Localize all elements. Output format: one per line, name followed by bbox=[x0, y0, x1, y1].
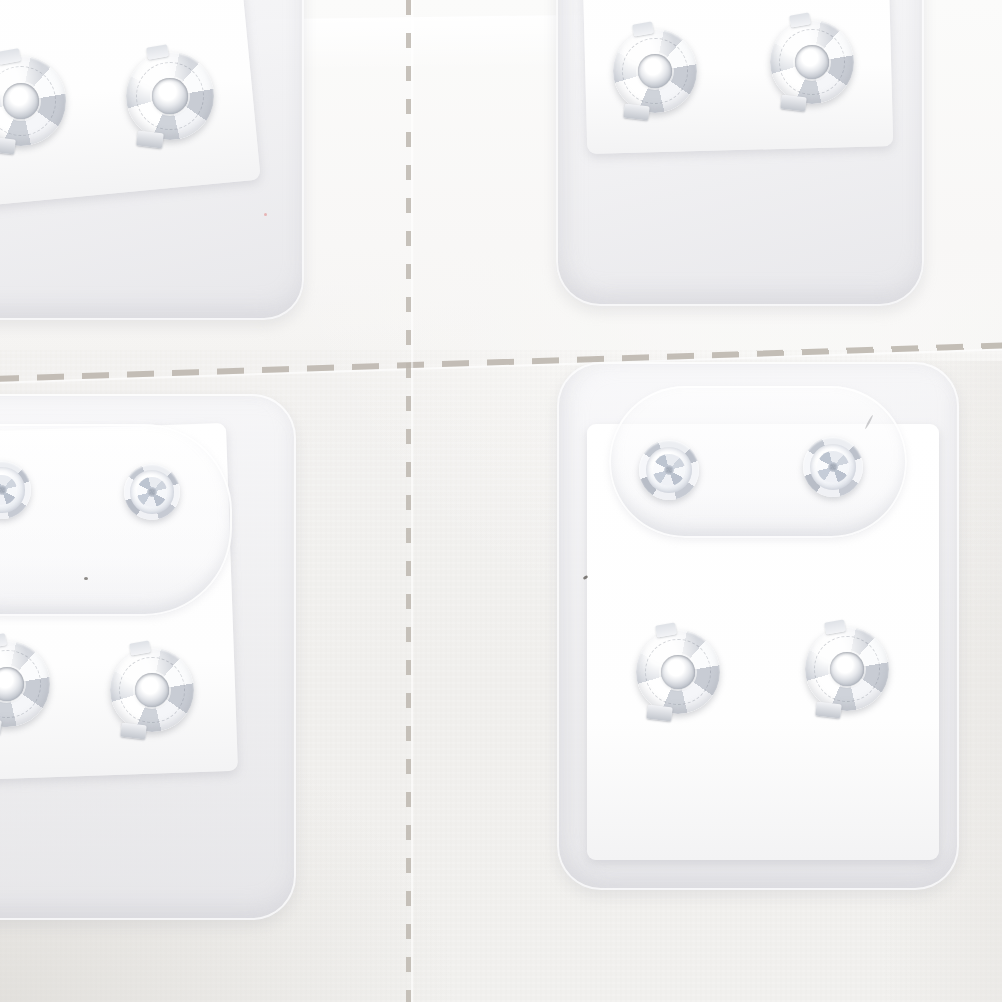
dust-speck bbox=[264, 213, 267, 216]
compartment-bottom-right bbox=[0, 0, 1002, 1002]
butterfly-earring-back bbox=[636, 630, 720, 714]
earring-back-center-hole bbox=[830, 652, 864, 686]
crystal-stone bbox=[810, 444, 857, 491]
crystal-stone bbox=[646, 447, 693, 494]
crystal-stud-earring bbox=[639, 440, 699, 500]
earring-back-tab-top bbox=[655, 622, 677, 637]
earring-back-center-hole bbox=[661, 655, 695, 689]
crystal-facets bbox=[653, 454, 685, 486]
blister-pack-product-photo bbox=[0, 0, 1002, 1002]
compartments-layer bbox=[0, 0, 1002, 1002]
earring-back-tab-top bbox=[824, 619, 846, 634]
crystal-stud-earring bbox=[803, 437, 863, 497]
butterfly-earring-back bbox=[805, 627, 889, 711]
crystal-facets bbox=[817, 451, 849, 483]
dust-speck bbox=[84, 577, 88, 580]
